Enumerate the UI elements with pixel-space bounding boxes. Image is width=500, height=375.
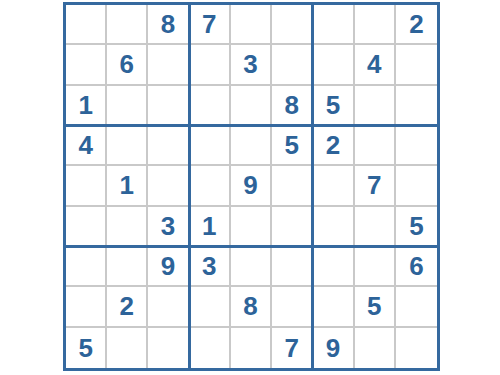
cell-r4c6-given[interactable]: 5 bbox=[272, 126, 313, 166]
cell-r7c5-empty[interactable] bbox=[231, 247, 272, 287]
cell-r1c2-empty[interactable] bbox=[107, 5, 148, 45]
cell-r8c3-empty[interactable] bbox=[148, 287, 189, 327]
cell-r4c5-empty[interactable] bbox=[231, 126, 272, 166]
cell-r6c3-given[interactable]: 3 bbox=[148, 207, 189, 247]
cell-r3c5-empty[interactable] bbox=[231, 86, 272, 126]
cell-r8c8-given[interactable]: 5 bbox=[355, 287, 396, 327]
cell-r9c2-empty[interactable] bbox=[107, 328, 148, 368]
cell-r6c6-empty[interactable] bbox=[272, 207, 313, 247]
cell-r8c5-given[interactable]: 8 bbox=[231, 287, 272, 327]
cell-r4c3-empty[interactable] bbox=[148, 126, 189, 166]
cell-r2c6-empty[interactable] bbox=[272, 45, 313, 85]
cell-r8c2-given[interactable]: 2 bbox=[107, 287, 148, 327]
cell-r5c6-empty[interactable] bbox=[272, 166, 313, 206]
cell-r5c4-empty[interactable] bbox=[190, 166, 231, 206]
cell-r6c5-empty[interactable] bbox=[231, 207, 272, 247]
cell-r5c5-given[interactable]: 9 bbox=[231, 166, 272, 206]
cell-r6c4-given[interactable]: 1 bbox=[190, 207, 231, 247]
cell-r7c1-empty[interactable] bbox=[66, 247, 107, 287]
cell-r4c2-empty[interactable] bbox=[107, 126, 148, 166]
cell-r9c9-empty[interactable] bbox=[396, 328, 437, 368]
cell-r9c1-given[interactable]: 5 bbox=[66, 328, 107, 368]
cell-r6c2-empty[interactable] bbox=[107, 207, 148, 247]
cell-r4c7-given[interactable]: 2 bbox=[313, 126, 354, 166]
cell-r5c9-empty[interactable] bbox=[396, 166, 437, 206]
cell-r9c8-empty[interactable] bbox=[355, 328, 396, 368]
cell-r7c2-empty[interactable] bbox=[107, 247, 148, 287]
cell-r3c9-empty[interactable] bbox=[396, 86, 437, 126]
cell-r8c4-empty[interactable] bbox=[190, 287, 231, 327]
cell-r4c8-empty[interactable] bbox=[355, 126, 396, 166]
cell-r7c4-given[interactable]: 3 bbox=[190, 247, 231, 287]
cell-r3c2-empty[interactable] bbox=[107, 86, 148, 126]
cell-r2c5-given[interactable]: 3 bbox=[231, 45, 272, 85]
cell-r8c7-empty[interactable] bbox=[313, 287, 354, 327]
cell-r6c1-empty[interactable] bbox=[66, 207, 107, 247]
cell-r6c7-empty[interactable] bbox=[313, 207, 354, 247]
cell-r1c3-given[interactable]: 8 bbox=[148, 5, 189, 45]
cell-r3c3-empty[interactable] bbox=[148, 86, 189, 126]
cell-r1c9-given[interactable]: 2 bbox=[396, 5, 437, 45]
cell-r7c8-empty[interactable] bbox=[355, 247, 396, 287]
cell-r2c1-empty[interactable] bbox=[66, 45, 107, 85]
cell-r5c2-given[interactable]: 1 bbox=[107, 166, 148, 206]
cell-r8c6-empty[interactable] bbox=[272, 287, 313, 327]
cell-r2c4-empty[interactable] bbox=[190, 45, 231, 85]
cell-r1c8-empty[interactable] bbox=[355, 5, 396, 45]
cell-r7c6-empty[interactable] bbox=[272, 247, 313, 287]
cell-r1c7-empty[interactable] bbox=[313, 5, 354, 45]
cell-r8c1-empty[interactable] bbox=[66, 287, 107, 327]
cell-r9c6-given[interactable]: 7 bbox=[272, 328, 313, 368]
cell-r1c6-empty[interactable] bbox=[272, 5, 313, 45]
cell-r4c9-empty[interactable] bbox=[396, 126, 437, 166]
cell-r2c8-given[interactable]: 4 bbox=[355, 45, 396, 85]
cell-r5c3-empty[interactable] bbox=[148, 166, 189, 206]
cell-r9c5-empty[interactable] bbox=[231, 328, 272, 368]
cell-r4c1-given[interactable]: 4 bbox=[66, 126, 107, 166]
cell-r7c3-given[interactable]: 9 bbox=[148, 247, 189, 287]
cell-r1c1-empty[interactable] bbox=[66, 5, 107, 45]
cell-r5c1-empty[interactable] bbox=[66, 166, 107, 206]
cell-r3c6-given[interactable]: 8 bbox=[272, 86, 313, 126]
cell-r9c4-empty[interactable] bbox=[190, 328, 231, 368]
cell-r7c7-empty[interactable] bbox=[313, 247, 354, 287]
cell-r9c3-empty[interactable] bbox=[148, 328, 189, 368]
cell-r2c3-empty[interactable] bbox=[148, 45, 189, 85]
cell-r3c1-given[interactable]: 1 bbox=[66, 86, 107, 126]
cell-r5c8-given[interactable]: 7 bbox=[355, 166, 396, 206]
cell-r2c7-empty[interactable] bbox=[313, 45, 354, 85]
cell-r4c4-empty[interactable] bbox=[190, 126, 231, 166]
cell-r6c8-empty[interactable] bbox=[355, 207, 396, 247]
cell-r2c2-given[interactable]: 6 bbox=[107, 45, 148, 85]
cell-r9c7-given[interactable]: 9 bbox=[313, 328, 354, 368]
cell-r3c8-empty[interactable] bbox=[355, 86, 396, 126]
cell-r8c9-empty[interactable] bbox=[396, 287, 437, 327]
cell-r2c9-empty[interactable] bbox=[396, 45, 437, 85]
sudoku-board: 872634185452197315936285579 bbox=[63, 2, 440, 371]
cell-r3c4-empty[interactable] bbox=[190, 86, 231, 126]
cell-r7c9-given[interactable]: 6 bbox=[396, 247, 437, 287]
cell-r1c4-given[interactable]: 7 bbox=[190, 5, 231, 45]
cell-r1c5-empty[interactable] bbox=[231, 5, 272, 45]
sudoku-screen: 872634185452197315936285579 bbox=[0, 0, 500, 375]
cell-r5c7-empty[interactable] bbox=[313, 166, 354, 206]
cell-r3c7-given[interactable]: 5 bbox=[313, 86, 354, 126]
cell-r6c9-given[interactable]: 5 bbox=[396, 207, 437, 247]
